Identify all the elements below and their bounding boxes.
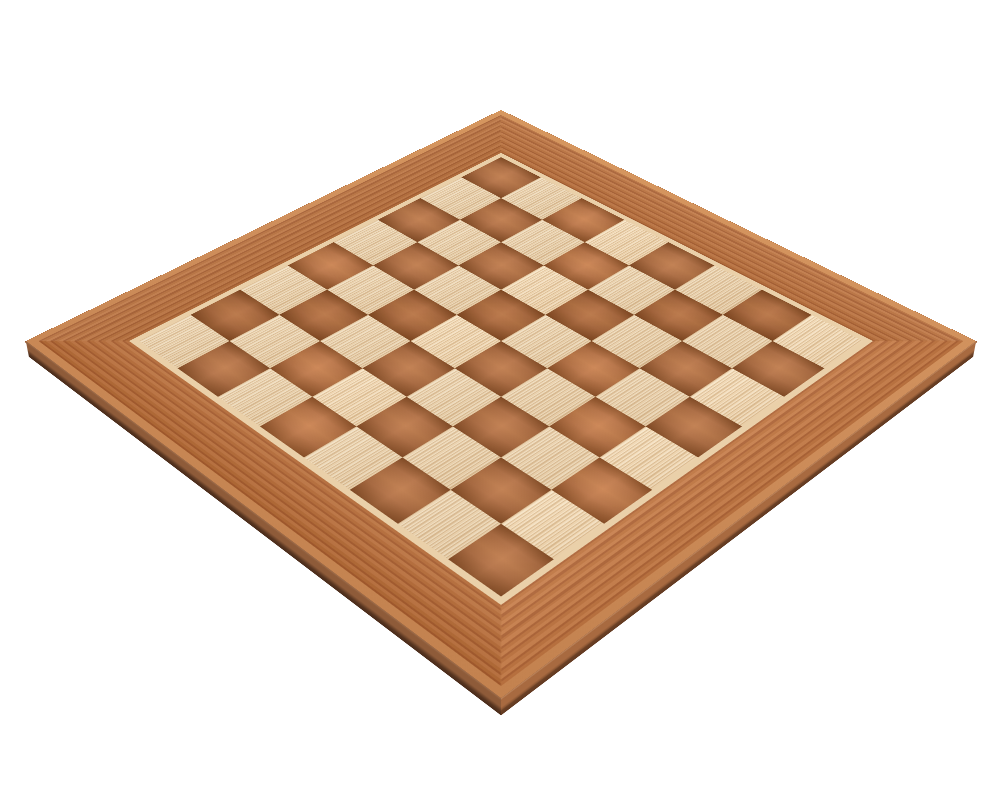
square-d6 bbox=[362, 341, 454, 397]
square-f8 bbox=[350, 457, 451, 523]
playing-field bbox=[139, 157, 863, 596]
square-h6 bbox=[551, 457, 652, 523]
square-f7 bbox=[402, 426, 501, 489]
square-f5 bbox=[501, 368, 595, 426]
chessboard bbox=[26, 110, 976, 698]
square-b8 bbox=[178, 341, 270, 397]
square-e8 bbox=[304, 426, 403, 489]
square-c8 bbox=[218, 368, 312, 426]
square-d7 bbox=[312, 368, 406, 426]
square-h5 bbox=[600, 426, 699, 489]
square-e6 bbox=[407, 368, 501, 426]
square-g3 bbox=[640, 341, 732, 397]
square-e7 bbox=[356, 397, 452, 458]
square-h3 bbox=[690, 368, 784, 426]
square-d8 bbox=[260, 397, 356, 458]
square-f4 bbox=[547, 341, 639, 397]
square-g5 bbox=[549, 397, 645, 458]
square-g6 bbox=[501, 426, 600, 489]
square-h8 bbox=[448, 524, 554, 597]
square-h4 bbox=[646, 397, 742, 458]
frame-strip-lower-left bbox=[39, 315, 557, 686]
board-top-surface bbox=[26, 110, 976, 698]
square-e5 bbox=[455, 341, 547, 397]
square-g4 bbox=[595, 368, 689, 426]
square-g8 bbox=[398, 490, 501, 559]
square-c7 bbox=[270, 341, 362, 397]
square-g7 bbox=[451, 457, 552, 523]
frame-strip-lower-right bbox=[445, 315, 963, 686]
square-h2 bbox=[732, 341, 824, 397]
square-f6 bbox=[453, 397, 549, 458]
square-h7 bbox=[501, 490, 604, 559]
product-photo-stage bbox=[0, 0, 1000, 800]
